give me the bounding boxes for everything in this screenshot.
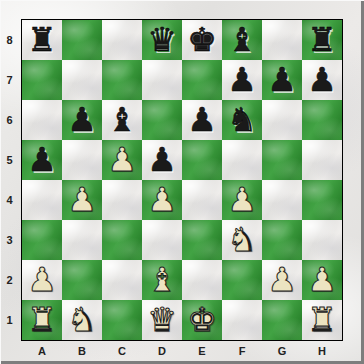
square-h1[interactable]: ♜ [302,300,342,340]
rank-label-6: 6 [0,100,19,140]
black-pawn-b6: ♟ [62,100,102,140]
square-e2[interactable] [182,260,222,300]
square-b4[interactable]: ♟ [62,180,102,220]
black-king-e8: ♚ [182,20,222,60]
square-d2[interactable]: ♝ [142,260,182,300]
white-pawn-a2: ♟ [22,260,62,300]
file-label-g: G [262,343,302,359]
square-h6[interactable] [302,100,342,140]
square-c8[interactable] [102,20,142,60]
black-pawn-e6: ♟ [182,100,222,140]
square-f3[interactable]: ♞ [222,220,262,260]
square-c2[interactable] [102,260,142,300]
square-f4[interactable]: ♟ [222,180,262,220]
white-rook-h1: ♜ [302,300,342,340]
square-b5[interactable] [62,140,102,180]
square-a2[interactable]: ♟ [22,260,62,300]
black-rook-h8: ♜ [302,20,342,60]
square-b3[interactable] [62,220,102,260]
black-pawn-h7: ♟ [302,60,342,100]
square-c3[interactable] [102,220,142,260]
square-a1[interactable]: ♜ [22,300,62,340]
black-pawn-d5: ♟ [142,140,182,180]
square-h2[interactable]: ♟ [302,260,342,300]
square-b7[interactable] [62,60,102,100]
square-f1[interactable] [222,300,262,340]
square-d3[interactable] [142,220,182,260]
black-pawn-g7: ♟ [262,60,302,100]
square-b2[interactable] [62,260,102,300]
square-h5[interactable] [302,140,342,180]
black-bishop-c6: ♝ [102,100,142,140]
square-g5[interactable] [262,140,302,180]
square-c7[interactable] [102,60,142,100]
black-pawn-a5: ♟ [22,140,62,180]
white-queen-d1: ♛ [142,300,182,340]
white-pawn-g2: ♟ [262,260,302,300]
square-d6[interactable] [142,100,182,140]
square-a7[interactable] [22,60,62,100]
square-e8[interactable]: ♚ [182,20,222,60]
square-b8[interactable] [62,20,102,60]
file-label-a: A [22,343,62,359]
square-a6[interactable] [22,100,62,140]
square-f7[interactable]: ♟ [222,60,262,100]
rank-label-1: 1 [0,300,19,340]
square-c5[interactable]: ♟ [102,140,142,180]
square-h8[interactable]: ♜ [302,20,342,60]
square-f5[interactable] [222,140,262,180]
square-a5[interactable]: ♟ [22,140,62,180]
file-label-e: E [182,343,222,359]
square-g7[interactable]: ♟ [262,60,302,100]
rank-label-3: 3 [0,220,19,260]
square-d5[interactable]: ♟ [142,140,182,180]
black-pawn-f7: ♟ [222,60,262,100]
rank-label-5: 5 [0,140,19,180]
rank-label-4: 4 [0,180,19,220]
rank-label-2: 2 [0,260,19,300]
file-label-d: D [142,343,182,359]
square-b6[interactable]: ♟ [62,100,102,140]
square-f8[interactable]: ♝ [222,20,262,60]
square-h3[interactable] [302,220,342,260]
square-e1[interactable]: ♚ [182,300,222,340]
square-a8[interactable]: ♜ [22,20,62,60]
white-knight-f3: ♞ [222,220,262,260]
square-g2[interactable]: ♟ [262,260,302,300]
black-rook-a8: ♜ [22,20,62,60]
square-c4[interactable] [102,180,142,220]
file-label-f: F [222,343,262,359]
square-h4[interactable] [302,180,342,220]
square-f6[interactable]: ♞ [222,100,262,140]
square-g6[interactable] [262,100,302,140]
white-bishop-d2: ♝ [142,260,182,300]
square-e4[interactable] [182,180,222,220]
square-g4[interactable] [262,180,302,220]
white-rook-a1: ♜ [22,300,62,340]
white-pawn-b4: ♟ [62,180,102,220]
file-label-b: B [62,343,102,359]
chess-board: ♜♛♚♝♜♟♟♟♟♝♟♞♟♟♟♟♟♟♞♟♝♟♟♜♞♛♚♜ [21,19,343,341]
black-bishop-f8: ♝ [222,20,262,60]
square-c1[interactable] [102,300,142,340]
square-e7[interactable] [182,60,222,100]
white-knight-b1: ♞ [62,300,102,340]
square-d1[interactable]: ♛ [142,300,182,340]
square-d4[interactable]: ♟ [142,180,182,220]
square-g1[interactable] [262,300,302,340]
square-d8[interactable]: ♛ [142,20,182,60]
rank-label-7: 7 [0,60,19,100]
square-d7[interactable] [142,60,182,100]
square-g3[interactable] [262,220,302,260]
white-pawn-d4: ♟ [142,180,182,220]
white-pawn-c5: ♟ [102,140,142,180]
square-e3[interactable] [182,220,222,260]
square-b1[interactable]: ♞ [62,300,102,340]
square-e5[interactable] [182,140,222,180]
white-pawn-h2: ♟ [302,260,342,300]
black-queen-d8: ♛ [142,20,182,60]
file-label-c: C [102,343,142,359]
square-h7[interactable]: ♟ [302,60,342,100]
white-king-e1: ♚ [182,300,222,340]
square-e6[interactable]: ♟ [182,100,222,140]
rank-label-8: 8 [0,20,19,60]
black-knight-f6: ♞ [222,100,262,140]
square-f2[interactable] [222,260,262,300]
square-a4[interactable] [22,180,62,220]
square-g8[interactable] [262,20,302,60]
square-a3[interactable] [22,220,62,260]
square-c6[interactable]: ♝ [102,100,142,140]
chess-diagram-screen: 87654321 ♜♛♚♝♜♟♟♟♟♝♟♞♟♟♟♟♟♟♞♟♝♟♟♜♞♛♚♜ AB… [0,0,364,364]
file-label-h: H [302,343,342,359]
white-pawn-f4: ♟ [222,180,262,220]
